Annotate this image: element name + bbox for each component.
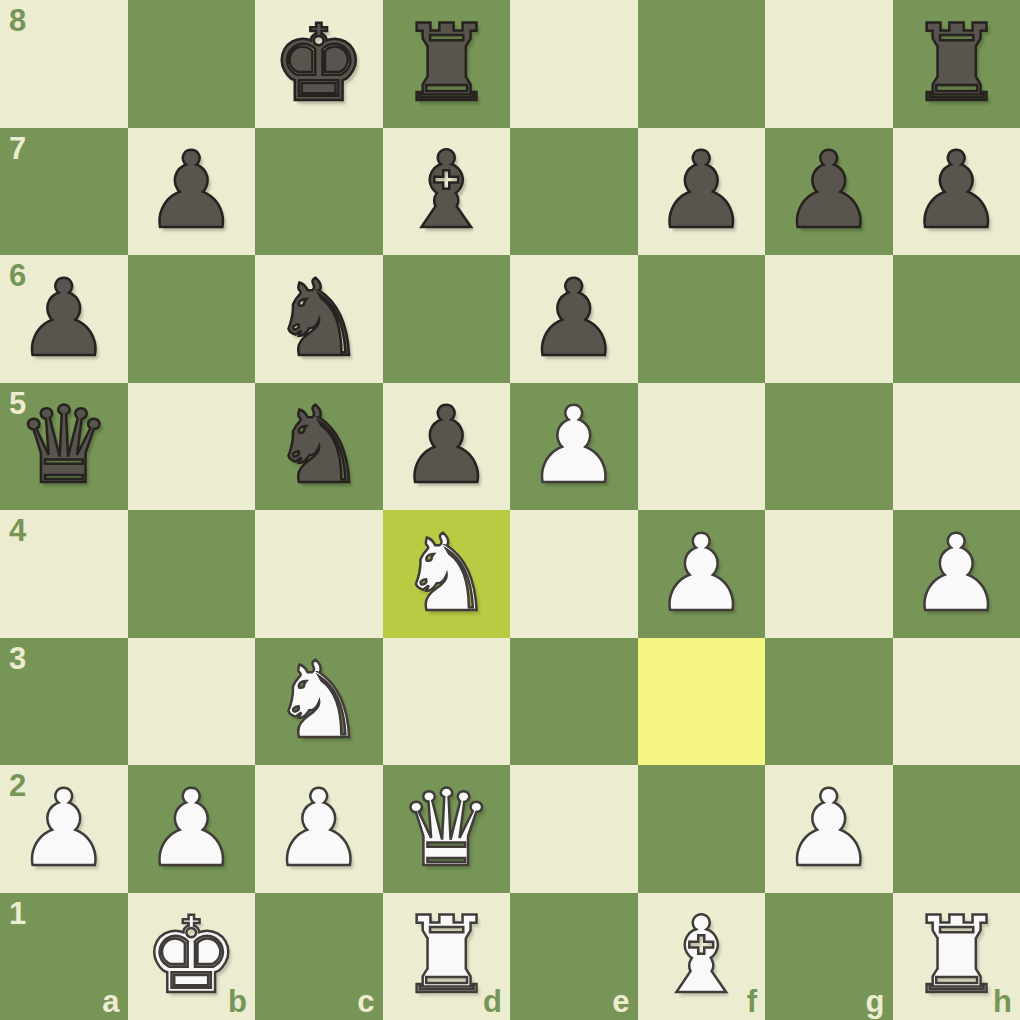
- square-b7[interactable]: ♟: [128, 128, 256, 256]
- square-g8[interactable]: [765, 0, 893, 128]
- rank-label-1: 1: [9, 898, 26, 929]
- square-e2[interactable]: [510, 765, 638, 893]
- square-b2[interactable]: ♟: [128, 765, 256, 893]
- piece-white-rook[interactable]: ♜: [909, 903, 1004, 1009]
- piece-white-knight[interactable]: ♞: [271, 648, 366, 754]
- rank-label-4: 4: [9, 515, 26, 546]
- file-label-e: e: [612, 986, 629, 1017]
- piece-white-pawn[interactable]: ♟: [909, 521, 1004, 627]
- piece-white-queen[interactable]: ♛: [399, 776, 494, 882]
- square-d3[interactable]: [383, 638, 511, 766]
- square-e1[interactable]: e: [510, 893, 638, 1020]
- square-h2[interactable]: [893, 765, 1020, 893]
- square-d7[interactable]: ♝: [383, 128, 511, 256]
- square-b6[interactable]: [128, 255, 256, 383]
- piece-white-pawn[interactable]: ♟: [16, 776, 111, 882]
- rank-label-8: 8: [9, 5, 26, 36]
- square-f6[interactable]: [638, 255, 766, 383]
- piece-white-bishop[interactable]: ♝: [654, 903, 749, 1009]
- piece-black-pawn[interactable]: ♟: [909, 138, 1004, 244]
- piece-white-pawn[interactable]: ♟: [271, 776, 366, 882]
- square-d5[interactable]: ♟: [383, 383, 511, 511]
- piece-black-rook[interactable]: ♜: [399, 11, 494, 117]
- square-f1[interactable]: f♝: [638, 893, 766, 1020]
- square-d2[interactable]: ♛: [383, 765, 511, 893]
- square-a5[interactable]: 5♛: [0, 383, 128, 511]
- square-e3[interactable]: [510, 638, 638, 766]
- square-b1[interactable]: b♚: [128, 893, 256, 1020]
- square-h6[interactable]: [893, 255, 1020, 383]
- piece-white-pawn[interactable]: ♟: [781, 776, 876, 882]
- square-h4[interactable]: ♟: [893, 510, 1020, 638]
- piece-white-pawn[interactable]: ♟: [526, 393, 621, 499]
- square-g5[interactable]: [765, 383, 893, 511]
- square-b3[interactable]: [128, 638, 256, 766]
- square-d4[interactable]: ♞: [383, 510, 511, 638]
- piece-black-bishop[interactable]: ♝: [399, 138, 494, 244]
- square-a4[interactable]: 4: [0, 510, 128, 638]
- piece-black-knight[interactable]: ♞: [271, 393, 366, 499]
- square-g2[interactable]: ♟: [765, 765, 893, 893]
- square-a3[interactable]: 3: [0, 638, 128, 766]
- piece-white-king[interactable]: ♚: [144, 903, 239, 1009]
- file-label-a: a: [102, 986, 119, 1017]
- piece-black-knight[interactable]: ♞: [271, 266, 366, 372]
- square-f3[interactable]: [638, 638, 766, 766]
- square-a1[interactable]: 1a: [0, 893, 128, 1020]
- square-g3[interactable]: [765, 638, 893, 766]
- square-g4[interactable]: [765, 510, 893, 638]
- square-h8[interactable]: ♜: [893, 0, 1020, 128]
- piece-black-pawn[interactable]: ♟: [781, 138, 876, 244]
- square-h7[interactable]: ♟: [893, 128, 1020, 256]
- square-e6[interactable]: ♟: [510, 255, 638, 383]
- file-label-c: c: [357, 986, 374, 1017]
- square-g1[interactable]: g: [765, 893, 893, 1020]
- square-d8[interactable]: ♜: [383, 0, 511, 128]
- rank-label-3: 3: [9, 643, 26, 674]
- square-b8[interactable]: [128, 0, 256, 128]
- square-d1[interactable]: d♜: [383, 893, 511, 1020]
- piece-black-pawn[interactable]: ♟: [16, 266, 111, 372]
- square-e7[interactable]: [510, 128, 638, 256]
- square-c7[interactable]: [255, 128, 383, 256]
- piece-black-king[interactable]: ♚: [271, 11, 366, 117]
- rank-label-7: 7: [9, 133, 26, 164]
- square-e5[interactable]: ♟: [510, 383, 638, 511]
- square-g7[interactable]: ♟: [765, 128, 893, 256]
- piece-white-pawn[interactable]: ♟: [654, 521, 749, 627]
- square-h1[interactable]: h♜: [893, 893, 1020, 1020]
- square-f5[interactable]: [638, 383, 766, 511]
- piece-black-rook[interactable]: ♜: [909, 11, 1004, 117]
- square-b4[interactable]: [128, 510, 256, 638]
- square-f4[interactable]: ♟: [638, 510, 766, 638]
- square-a2[interactable]: 2♟: [0, 765, 128, 893]
- square-f7[interactable]: ♟: [638, 128, 766, 256]
- piece-black-pawn[interactable]: ♟: [526, 266, 621, 372]
- square-h3[interactable]: [893, 638, 1020, 766]
- chessboard: 8♚♜♜7♟♝♟♟♟6♟♞♟5♛♞♟♟4♞♟♟3♞2♟♟♟♛♟1ab♚cd♜ef…: [0, 0, 1020, 1020]
- square-c5[interactable]: ♞: [255, 383, 383, 511]
- piece-black-queen[interactable]: ♛: [16, 393, 111, 499]
- square-d6[interactable]: [383, 255, 511, 383]
- square-c4[interactable]: [255, 510, 383, 638]
- square-h5[interactable]: [893, 383, 1020, 511]
- square-c2[interactable]: ♟: [255, 765, 383, 893]
- piece-white-knight[interactable]: ♞: [399, 521, 494, 627]
- piece-black-pawn[interactable]: ♟: [654, 138, 749, 244]
- square-a8[interactable]: 8: [0, 0, 128, 128]
- square-e8[interactable]: [510, 0, 638, 128]
- file-label-g: g: [866, 986, 885, 1017]
- square-c6[interactable]: ♞: [255, 255, 383, 383]
- square-a7[interactable]: 7: [0, 128, 128, 256]
- square-e4[interactable]: [510, 510, 638, 638]
- square-c8[interactable]: ♚: [255, 0, 383, 128]
- square-b5[interactable]: [128, 383, 256, 511]
- piece-black-pawn[interactable]: ♟: [144, 138, 239, 244]
- square-c1[interactable]: c: [255, 893, 383, 1020]
- piece-black-pawn[interactable]: ♟: [399, 393, 494, 499]
- square-f8[interactable]: [638, 0, 766, 128]
- piece-white-pawn[interactable]: ♟: [144, 776, 239, 882]
- piece-white-rook[interactable]: ♜: [399, 903, 494, 1009]
- square-g6[interactable]: [765, 255, 893, 383]
- square-a6[interactable]: 6♟: [0, 255, 128, 383]
- square-f2[interactable]: [638, 765, 766, 893]
- square-c3[interactable]: ♞: [255, 638, 383, 766]
